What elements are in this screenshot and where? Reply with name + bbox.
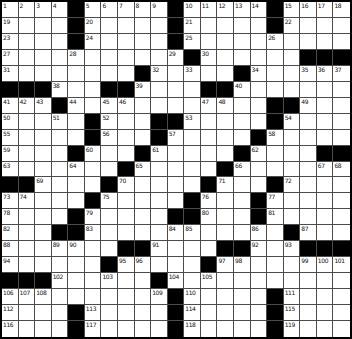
cell-r10c16[interactable]: 62 — [251, 146, 268, 162]
cell-r21c2[interactable] — [19, 321, 36, 337]
cell-r13c1[interactable]: 73 — [2, 193, 19, 209]
cell-r11c4[interactable] — [52, 162, 69, 178]
cell-r21c19[interactable] — [300, 321, 317, 337]
cell-r4c17[interactable] — [267, 50, 284, 66]
cell-r3c17[interactable]: 26 — [267, 34, 284, 50]
cell-r19c15[interactable] — [234, 289, 251, 305]
cell-r5c1[interactable]: 31 — [2, 66, 19, 82]
cell-r13c15[interactable] — [234, 193, 251, 209]
cell-r5c7[interactable] — [101, 66, 118, 82]
cell-r13c4[interactable] — [52, 193, 69, 209]
cell-r2c18[interactable]: 22 — [284, 18, 301, 34]
cell-r17c8[interactable]: 95 — [118, 257, 135, 273]
cell-r20c6[interactable]: 113 — [85, 305, 102, 321]
cell-r1c16[interactable]: 14 — [251, 2, 268, 18]
cell-r17c3[interactable] — [35, 257, 52, 273]
cell-r6c15[interactable]: 40 — [234, 82, 251, 98]
cell-r13c11[interactable] — [168, 193, 185, 209]
cell-r15c13[interactable] — [201, 225, 218, 241]
cell-r5c19[interactable]: 35 — [300, 66, 317, 82]
cell-r1c2[interactable]: 2 — [19, 2, 36, 18]
cell-r2c12[interactable]: 21 — [184, 18, 201, 34]
cell-r14c1[interactable]: 78 — [2, 209, 19, 225]
cell-r14c3[interactable] — [35, 209, 52, 225]
cell-r17c20[interactable]: 100 — [317, 257, 334, 273]
cell-r3c15[interactable] — [234, 34, 251, 50]
cell-r9c19[interactable] — [300, 130, 317, 146]
cell-r14c19[interactable] — [300, 209, 317, 225]
cell-r13c21[interactable] — [333, 193, 350, 209]
cell-r18c7[interactable]: 103 — [101, 273, 118, 289]
cell-r3c9[interactable] — [135, 34, 152, 50]
cell-r21c21[interactable] — [333, 321, 350, 337]
cell-r4c11[interactable]: 29 — [168, 50, 185, 66]
cell-r11c20[interactable]: 67 — [317, 162, 334, 178]
cell-r16c7[interactable] — [101, 241, 118, 257]
cell-r5c2[interactable] — [19, 66, 36, 82]
cell-r19c2[interactable]: 107 — [19, 289, 36, 305]
cell-r6c6[interactable] — [85, 82, 102, 98]
cell-r20c3[interactable] — [35, 305, 52, 321]
cell-r4c2[interactable] — [19, 50, 36, 66]
cell-r19c16[interactable] — [251, 289, 268, 305]
cell-r1c9[interactable]: 8 — [135, 2, 152, 18]
cell-r11c18[interactable] — [284, 162, 301, 178]
cell-r17c4[interactable] — [52, 257, 69, 273]
cell-r18c21[interactable] — [333, 273, 350, 289]
cell-r11c12[interactable] — [184, 162, 201, 178]
cell-r9c7[interactable]: 56 — [101, 130, 118, 146]
cell-r2c9[interactable] — [135, 18, 152, 34]
cell-r1c15[interactable]: 13 — [234, 2, 251, 18]
cell-r9c4[interactable] — [52, 130, 69, 146]
cell-r1c7[interactable]: 6 — [101, 2, 118, 18]
cell-r14c2[interactable] — [19, 209, 36, 225]
cell-r4c18[interactable] — [284, 50, 301, 66]
cell-r18c13[interactable]: 105 — [201, 273, 218, 289]
cell-r12c19[interactable] — [300, 177, 317, 193]
cell-r19c20[interactable] — [317, 289, 334, 305]
cell-r9c12[interactable] — [184, 130, 201, 146]
cell-r15c19[interactable]: 87 — [300, 225, 317, 241]
cell-r18c19[interactable] — [300, 273, 317, 289]
cell-r20c1[interactable]: 112 — [2, 305, 19, 321]
cell-r6c5[interactable] — [68, 82, 85, 98]
cell-r4c5[interactable]: 28 — [68, 50, 85, 66]
cell-r2c8[interactable] — [118, 18, 135, 34]
cell-r16c16[interactable]: 92 — [251, 241, 268, 257]
cell-r3c6[interactable]: 24 — [85, 34, 102, 50]
cell-r4c13[interactable]: 30 — [201, 50, 218, 66]
cell-r6c16[interactable] — [251, 82, 268, 98]
cell-r20c20[interactable] — [317, 305, 334, 321]
cell-r1c21[interactable]: 18 — [333, 2, 350, 18]
cell-r17c16[interactable] — [251, 257, 268, 273]
cell-r15c2[interactable] — [19, 225, 36, 241]
cell-r14c7[interactable] — [101, 209, 118, 225]
cell-r7c6[interactable] — [85, 98, 102, 114]
cell-r4c6[interactable] — [85, 50, 102, 66]
cell-r2c6[interactable]: 20 — [85, 18, 102, 34]
cell-r5c10[interactable]: 32 — [151, 66, 168, 82]
cell-r8c3[interactable] — [35, 114, 52, 130]
cell-r8c20[interactable] — [317, 114, 334, 130]
cell-r10c18[interactable] — [284, 146, 301, 162]
cell-r8c18[interactable]: 54 — [284, 114, 301, 130]
cell-r15c10[interactable] — [151, 225, 168, 241]
cell-r19c19[interactable] — [300, 289, 317, 305]
cell-r10c1[interactable]: 59 — [2, 146, 19, 162]
cell-r2c7[interactable] — [101, 18, 118, 34]
cell-r12c12[interactable] — [184, 177, 201, 193]
cell-r16c6[interactable] — [85, 241, 102, 257]
cell-r20c18[interactable]: 115 — [284, 305, 301, 321]
cell-r20c2[interactable] — [19, 305, 36, 321]
cell-r12c18[interactable]: 72 — [284, 177, 301, 193]
cell-r15c9[interactable] — [135, 225, 152, 241]
cell-r17c9[interactable]: 96 — [135, 257, 152, 273]
cell-r20c21[interactable] — [333, 305, 350, 321]
cell-r9c15[interactable] — [234, 130, 251, 146]
cell-r15c14[interactable] — [217, 225, 234, 241]
cell-r12c4[interactable] — [52, 177, 69, 193]
cell-r5c12[interactable]: 33 — [184, 66, 201, 82]
cell-r3c21[interactable] — [333, 34, 350, 50]
cell-r6c21[interactable] — [333, 82, 350, 98]
cell-r18c18[interactable] — [284, 273, 301, 289]
cell-r12c16[interactable] — [251, 177, 268, 193]
cell-r8c19[interactable] — [300, 114, 317, 130]
cell-r1c3[interactable]: 3 — [35, 2, 52, 18]
cell-r18c9[interactable] — [135, 273, 152, 289]
cell-r6c10[interactable] — [151, 82, 168, 98]
cell-r12c8[interactable]: 70 — [118, 177, 135, 193]
cell-r1c6[interactable]: 5 — [85, 2, 102, 18]
cell-r21c1[interactable]: 116 — [2, 321, 19, 337]
cell-r16c2[interactable] — [19, 241, 36, 257]
cell-r9c20[interactable] — [317, 130, 334, 146]
cell-r12c11[interactable] — [168, 177, 185, 193]
cell-r16c18[interactable]: 93 — [284, 241, 301, 257]
cell-r19c3[interactable]: 108 — [35, 289, 52, 305]
cell-r7c21[interactable] — [333, 98, 350, 114]
cell-r7c3[interactable]: 43 — [35, 98, 52, 114]
cell-r14c8[interactable] — [118, 209, 135, 225]
cell-r15c15[interactable] — [234, 225, 251, 241]
cell-r15c3[interactable] — [35, 225, 52, 241]
cell-r7c13[interactable]: 47 — [201, 98, 218, 114]
cell-r4c8[interactable] — [118, 50, 135, 66]
cell-r2c3[interactable] — [35, 18, 52, 34]
cell-r11c9[interactable]: 65 — [135, 162, 152, 178]
cell-r7c15[interactable] — [234, 98, 251, 114]
cell-r1c14[interactable]: 12 — [217, 2, 234, 18]
cell-r21c16[interactable] — [251, 321, 268, 337]
cell-r7c5[interactable]: 44 — [68, 98, 85, 114]
cell-r20c4[interactable] — [52, 305, 69, 321]
cell-r4c15[interactable] — [234, 50, 251, 66]
cell-r20c13[interactable] — [201, 305, 218, 321]
cell-r3c10[interactable] — [151, 34, 168, 50]
cell-r2c16[interactable] — [251, 18, 268, 34]
cell-r8c2[interactable] — [19, 114, 36, 130]
cell-r7c7[interactable]: 45 — [101, 98, 118, 114]
cell-r2c1[interactable]: 19 — [2, 18, 19, 34]
cell-r3c7[interactable] — [101, 34, 118, 50]
cell-r18c15[interactable] — [234, 273, 251, 289]
cell-r5c13[interactable] — [201, 66, 218, 82]
cell-r7c16[interactable] — [251, 98, 268, 114]
cell-r15c8[interactable] — [118, 225, 135, 241]
cell-r1c1[interactable]: 1 — [2, 2, 19, 18]
cell-r8c1[interactable]: 50 — [2, 114, 19, 130]
cell-r10c8[interactable] — [118, 146, 135, 162]
cell-r12c14[interactable]: 71 — [217, 177, 234, 193]
cell-r17c2[interactable] — [19, 257, 36, 273]
cell-r1c10[interactable]: 9 — [151, 2, 168, 18]
cell-r11c5[interactable]: 64 — [68, 162, 85, 178]
cell-r15c1[interactable]: 82 — [2, 225, 19, 241]
cell-r17c21[interactable]: 101 — [333, 257, 350, 273]
cell-r11c16[interactable] — [251, 162, 268, 178]
cell-r17c10[interactable] — [151, 257, 168, 273]
cell-r9c3[interactable] — [35, 130, 52, 146]
cell-r4c14[interactable] — [217, 50, 234, 66]
cell-r15c7[interactable] — [101, 225, 118, 241]
cell-r13c17[interactable]: 77 — [267, 193, 284, 209]
cell-r5c8[interactable] — [118, 66, 135, 82]
cell-r8c13[interactable] — [201, 114, 218, 130]
cell-r11c6[interactable] — [85, 162, 102, 178]
cell-r2c19[interactable] — [300, 18, 317, 34]
cell-r9c2[interactable] — [19, 130, 36, 146]
cell-r19c4[interactable] — [52, 289, 69, 305]
cell-r8c9[interactable] — [135, 114, 152, 130]
cell-r16c17[interactable] — [267, 241, 284, 257]
cell-r19c10[interactable]: 109 — [151, 289, 168, 305]
cell-r7c10[interactable] — [151, 98, 168, 114]
cell-r20c8[interactable] — [118, 305, 135, 321]
cell-r2c2[interactable] — [19, 18, 36, 34]
cell-r3c4[interactable] — [52, 34, 69, 50]
cell-r19c12[interactable]: 110 — [184, 289, 201, 305]
cell-r13c10[interactable] — [151, 193, 168, 209]
cell-r16c3[interactable] — [35, 241, 52, 257]
cell-r8c12[interactable]: 53 — [184, 114, 201, 130]
cell-r19c13[interactable] — [201, 289, 218, 305]
cell-r6c18[interactable] — [284, 82, 301, 98]
cell-r10c10[interactable]: 61 — [151, 146, 168, 162]
cell-r16c12[interactable] — [184, 241, 201, 257]
cell-r2c15[interactable] — [234, 18, 251, 34]
cell-r13c3[interactable] — [35, 193, 52, 209]
cell-r7c2[interactable]: 42 — [19, 98, 36, 114]
cell-r11c2[interactable] — [19, 162, 36, 178]
cell-r17c18[interactable] — [284, 257, 301, 273]
cell-r14c18[interactable] — [284, 209, 301, 225]
cell-r13c13[interactable]: 76 — [201, 193, 218, 209]
cell-r14c4[interactable] — [52, 209, 69, 225]
cell-r10c14[interactable] — [217, 146, 234, 162]
cell-r21c18[interactable]: 119 — [284, 321, 301, 337]
cell-r1c18[interactable]: 15 — [284, 2, 301, 18]
cell-r11c13[interactable] — [201, 162, 218, 178]
cell-r20c10[interactable] — [151, 305, 168, 321]
cell-r10c19[interactable] — [300, 146, 317, 162]
cell-r17c17[interactable] — [267, 257, 284, 273]
cell-r15c16[interactable]: 86 — [251, 225, 268, 241]
cell-r21c9[interactable] — [135, 321, 152, 337]
cell-r19c8[interactable] — [118, 289, 135, 305]
cell-r4c4[interactable] — [52, 50, 69, 66]
cell-r13c19[interactable] — [300, 193, 317, 209]
cell-r21c7[interactable] — [101, 321, 118, 337]
cell-r4c7[interactable] — [101, 50, 118, 66]
cell-r8c15[interactable] — [234, 114, 251, 130]
cell-r4c16[interactable] — [251, 50, 268, 66]
cell-r1c19[interactable]: 16 — [300, 2, 317, 18]
cell-r9c8[interactable] — [118, 130, 135, 146]
cell-r14c6[interactable]: 79 — [85, 209, 102, 225]
cell-r16c5[interactable]: 90 — [68, 241, 85, 257]
cell-r12c10[interactable] — [151, 177, 168, 193]
cell-r14c10[interactable] — [151, 209, 168, 225]
cell-r20c15[interactable] — [234, 305, 251, 321]
cell-r5c18[interactable] — [284, 66, 301, 82]
cell-r9c17[interactable]: 58 — [267, 130, 284, 146]
cell-r6c17[interactable] — [267, 82, 284, 98]
cell-r12c21[interactable] — [333, 177, 350, 193]
cell-r21c14[interactable] — [217, 321, 234, 337]
cell-r12c15[interactable] — [234, 177, 251, 193]
cell-r17c6[interactable] — [85, 257, 102, 273]
cell-r5c4[interactable] — [52, 66, 69, 82]
cell-r21c13[interactable] — [201, 321, 218, 337]
cell-r19c7[interactable] — [101, 289, 118, 305]
cell-r21c8[interactable] — [118, 321, 135, 337]
cell-r8c7[interactable]: 52 — [101, 114, 118, 130]
cell-r11c10[interactable] — [151, 162, 168, 178]
cell-r21c4[interactable] — [52, 321, 69, 337]
cell-r11c17[interactable] — [267, 162, 284, 178]
cell-r10c2[interactable] — [19, 146, 36, 162]
cell-r19c1[interactable]: 106 — [2, 289, 19, 305]
cell-r5c14[interactable] — [217, 66, 234, 82]
cell-r4c1[interactable]: 27 — [2, 50, 19, 66]
cell-r4c10[interactable] — [151, 50, 168, 66]
cell-r21c10[interactable] — [151, 321, 168, 337]
cell-r16c10[interactable]: 91 — [151, 241, 168, 257]
cell-r17c19[interactable]: 99 — [300, 257, 317, 273]
cell-r1c20[interactable]: 17 — [317, 2, 334, 18]
cell-r3c13[interactable] — [201, 34, 218, 50]
cell-r15c11[interactable]: 84 — [168, 225, 185, 241]
cell-r2c13[interactable] — [201, 18, 218, 34]
cell-r2c4[interactable] — [52, 18, 69, 34]
cell-r14c9[interactable] — [135, 209, 152, 225]
cell-r7c19[interactable]: 49 — [300, 98, 317, 114]
cell-r5c5[interactable] — [68, 66, 85, 82]
cell-r14c14[interactable] — [217, 209, 234, 225]
cell-r3c20[interactable] — [317, 34, 334, 50]
cell-r19c21[interactable] — [333, 289, 350, 305]
cell-r1c13[interactable]: 11 — [201, 2, 218, 18]
cell-r8c16[interactable] — [251, 114, 268, 130]
cell-r6c20[interactable] — [317, 82, 334, 98]
cell-r20c12[interactable]: 114 — [184, 305, 201, 321]
cell-r9c21[interactable] — [333, 130, 350, 146]
cell-r5c16[interactable]: 34 — [251, 66, 268, 82]
cell-r14c21[interactable] — [333, 209, 350, 225]
cell-r13c2[interactable]: 74 — [19, 193, 36, 209]
cell-r1c4[interactable]: 4 — [52, 2, 69, 18]
cell-r11c11[interactable] — [168, 162, 185, 178]
cell-r3c14[interactable] — [217, 34, 234, 50]
cell-r3c1[interactable]: 23 — [2, 34, 19, 50]
cell-r10c13[interactable] — [201, 146, 218, 162]
cell-r11c15[interactable]: 66 — [234, 162, 251, 178]
cell-r18c4[interactable]: 102 — [52, 273, 69, 289]
cell-r18c20[interactable] — [317, 273, 334, 289]
cell-r5c11[interactable] — [168, 66, 185, 82]
cell-r7c12[interactable] — [184, 98, 201, 114]
cell-r13c14[interactable] — [217, 193, 234, 209]
cell-r3c18[interactable] — [284, 34, 301, 50]
cell-r12c6[interactable] — [85, 177, 102, 193]
cell-r8c5[interactable] — [68, 114, 85, 130]
cell-r20c14[interactable] — [217, 305, 234, 321]
cell-r9c11[interactable]: 57 — [168, 130, 185, 146]
cell-r12c20[interactable] — [317, 177, 334, 193]
cell-r8c14[interactable] — [217, 114, 234, 130]
cell-r10c17[interactable] — [267, 146, 284, 162]
cell-r1c12[interactable]: 10 — [184, 2, 201, 18]
cell-r14c20[interactable] — [317, 209, 334, 225]
cell-r7c11[interactable] — [168, 98, 185, 114]
cell-r10c11[interactable] — [168, 146, 185, 162]
cell-r9c1[interactable]: 55 — [2, 130, 19, 146]
cell-r17c14[interactable]: 97 — [217, 257, 234, 273]
cell-r5c21[interactable]: 37 — [333, 66, 350, 82]
cell-r11c3[interactable] — [35, 162, 52, 178]
cell-r14c13[interactable]: 80 — [201, 209, 218, 225]
cell-r20c19[interactable] — [300, 305, 317, 321]
cell-r10c12[interactable] — [184, 146, 201, 162]
cell-r15c6[interactable]: 83 — [85, 225, 102, 241]
cell-r3c12[interactable]: 25 — [184, 34, 201, 50]
cell-r8c4[interactable]: 51 — [52, 114, 69, 130]
cell-r3c8[interactable] — [118, 34, 135, 50]
cell-r15c20[interactable] — [317, 225, 334, 241]
cell-r21c12[interactable]: 118 — [184, 321, 201, 337]
cell-r9c18[interactable] — [284, 130, 301, 146]
cell-r18c17[interactable] — [267, 273, 284, 289]
cell-r7c1[interactable]: 41 — [2, 98, 19, 114]
cell-r6c12[interactable] — [184, 82, 201, 98]
cell-r10c7[interactable] — [101, 146, 118, 162]
cell-r17c11[interactable] — [168, 257, 185, 273]
cell-r9c14[interactable] — [217, 130, 234, 146]
cell-r5c3[interactable] — [35, 66, 52, 82]
cell-r16c13[interactable] — [201, 241, 218, 257]
cell-r14c17[interactable]: 81 — [267, 209, 284, 225]
cell-r17c12[interactable] — [184, 257, 201, 273]
cell-r14c15[interactable] — [234, 209, 251, 225]
cell-r1c8[interactable]: 7 — [118, 2, 135, 18]
cell-r7c8[interactable]: 46 — [118, 98, 135, 114]
cell-r15c21[interactable] — [333, 225, 350, 241]
cell-r5c17[interactable] — [267, 66, 284, 82]
